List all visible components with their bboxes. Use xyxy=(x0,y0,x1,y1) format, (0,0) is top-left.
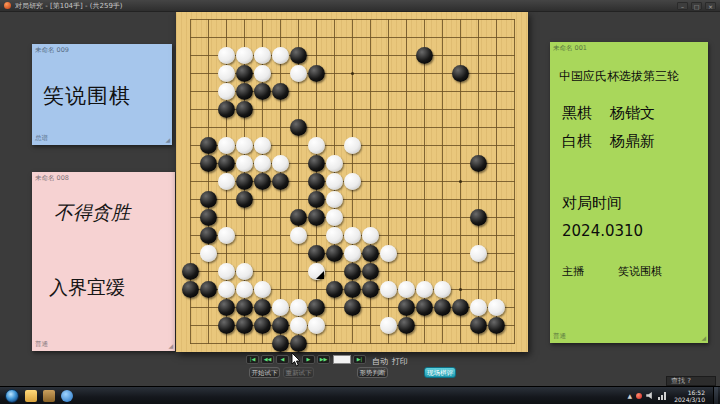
desktop: { "window": { "title": "对局研究 - [第104手] -… xyxy=(0,0,720,404)
black-stone xyxy=(434,299,451,316)
white-stone xyxy=(236,47,253,64)
white-stone xyxy=(344,137,361,154)
white-stone xyxy=(344,245,361,262)
close-button[interactable]: × xyxy=(705,2,716,10)
grid-line xyxy=(496,19,497,344)
white-stone xyxy=(290,227,307,244)
black-stone xyxy=(398,299,415,316)
find-widget[interactable]: 查找 ? xyxy=(666,376,716,386)
black-stone xyxy=(272,173,289,190)
maximize-button[interactable]: □ xyxy=(691,2,702,10)
black-stone xyxy=(254,173,271,190)
black-stone xyxy=(416,299,433,316)
black-stone xyxy=(200,209,217,226)
black-stone xyxy=(470,209,487,226)
last-move-marker-icon xyxy=(316,271,324,279)
black-stone xyxy=(308,155,325,172)
grid-line xyxy=(190,343,515,344)
start-button-icon[interactable] xyxy=(5,389,19,403)
black-stone xyxy=(254,83,271,100)
white-player-name: 杨鼎新 xyxy=(610,132,655,150)
minimize-button[interactable]: – xyxy=(677,2,688,10)
black-stone xyxy=(254,299,271,316)
go-first-button[interactable]: |◀ xyxy=(246,355,259,364)
panel-footer-label: 普通 xyxy=(553,332,566,341)
black-stone xyxy=(416,47,433,64)
black-stone xyxy=(200,155,217,172)
black-stone xyxy=(182,263,199,280)
black-stone xyxy=(308,209,325,226)
black-stone xyxy=(344,299,361,316)
white-stone xyxy=(218,281,235,298)
black-label: 黑棋 xyxy=(562,104,592,122)
black-stone xyxy=(218,155,235,172)
black-stone xyxy=(326,245,343,262)
star-point xyxy=(459,180,462,183)
white-stone xyxy=(236,155,253,172)
grid-line xyxy=(190,217,515,218)
black-stone xyxy=(308,299,325,316)
fast-forward-button[interactable]: ▶▶ xyxy=(317,355,330,364)
white-stone xyxy=(290,65,307,82)
black-stone xyxy=(236,101,253,118)
black-stone xyxy=(290,335,307,352)
black-stone xyxy=(236,173,253,190)
panel-footer-label: 总谱 xyxy=(35,134,48,143)
volume-icon[interactable] xyxy=(646,392,654,400)
white-stone xyxy=(308,263,325,280)
black-stone xyxy=(290,47,307,64)
white-stone xyxy=(254,65,271,82)
black-player-line: 黑棋杨锴文 xyxy=(562,104,655,123)
tray-expand-icon[interactable]: ▲ xyxy=(628,392,633,399)
resize-grip-icon[interactable]: ◢ xyxy=(165,136,170,143)
white-stone xyxy=(470,299,487,316)
white-stone xyxy=(200,245,217,262)
system-tray[interactable]: ▲ 16:52 2024/3/10 xyxy=(628,387,720,404)
go-last-button[interactable]: ▶| xyxy=(353,355,366,364)
black-stone xyxy=(218,299,235,316)
event-title: 中国应氏杯选拔第三轮 xyxy=(559,68,679,85)
white-stone xyxy=(218,263,235,280)
mouse-cursor xyxy=(291,353,302,367)
note-panel-pink[interactable]: 未命名 008 不得贪胜 入界宜缓 普通 ◢ xyxy=(32,172,175,351)
game-time-label: 对局时间 xyxy=(562,194,622,213)
black-stone xyxy=(236,191,253,208)
black-stone xyxy=(308,173,325,190)
white-stone xyxy=(344,173,361,190)
white-stone xyxy=(326,155,343,172)
white-stone xyxy=(326,173,343,190)
step-forward-button[interactable]: ▶ xyxy=(302,355,315,364)
white-stone xyxy=(254,137,271,154)
panel-header-label: 未命名 008 xyxy=(35,174,69,183)
network-icon[interactable] xyxy=(658,392,666,400)
resize-grip-icon[interactable]: ◢ xyxy=(701,334,706,341)
note-panel-blue[interactable]: 未命名 009 笑说围棋 总谱 ◢ xyxy=(32,44,172,145)
black-stone xyxy=(200,227,217,244)
black-stone xyxy=(362,263,379,280)
white-stone xyxy=(308,137,325,154)
white-stone xyxy=(326,191,343,208)
black-stone xyxy=(200,137,217,154)
white-stone xyxy=(326,227,343,244)
white-label: 白棋 xyxy=(562,132,592,150)
white-stone xyxy=(236,263,253,280)
grid-line xyxy=(478,19,479,344)
black-stone xyxy=(290,209,307,226)
white-stone xyxy=(218,227,235,244)
white-stone xyxy=(380,317,397,334)
clock-date: 2024/3/10 xyxy=(674,396,705,403)
black-stone xyxy=(488,317,505,334)
black-stone xyxy=(344,281,361,298)
black-stone xyxy=(308,191,325,208)
black-stone xyxy=(398,317,415,334)
white-stone xyxy=(326,209,343,226)
white-player-line: 白棋杨鼎新 xyxy=(562,132,655,151)
black-stone xyxy=(200,191,217,208)
black-stone xyxy=(290,119,307,136)
clock-time: 16:52 xyxy=(674,389,705,396)
grid-line xyxy=(514,19,515,344)
print-label[interactable]: 打印 xyxy=(392,356,408,367)
white-stone xyxy=(344,227,361,244)
black-stone xyxy=(452,65,469,82)
live-review-button[interactable]: 现场棋评 xyxy=(424,367,456,378)
white-stone xyxy=(218,65,235,82)
host-label: 主播 xyxy=(562,265,584,278)
black-stone xyxy=(236,299,253,316)
move-number-input[interactable] xyxy=(333,355,351,364)
black-stone xyxy=(236,65,253,82)
black-stone xyxy=(218,317,235,334)
step-back-button[interactable]: ◀ xyxy=(276,355,289,364)
match-info-panel[interactable]: 未命名 001 中国应氏杯选拔第三轮 黑棋杨锴文 白棋杨鼎新 对局时间 2024… xyxy=(550,42,708,343)
black-stone xyxy=(470,317,487,334)
black-stone xyxy=(308,65,325,82)
black-stone xyxy=(452,299,469,316)
taskbar: ▲ 16:52 2024/3/10 xyxy=(0,386,720,404)
tray-app-icon[interactable] xyxy=(636,393,642,399)
black-stone xyxy=(326,281,343,298)
taskbar-clock[interactable]: 16:52 2024/3/10 xyxy=(670,389,709,403)
restart-trial-button[interactable]: 重新试下 xyxy=(283,367,314,378)
black-stone xyxy=(272,317,289,334)
app-icon xyxy=(4,2,11,9)
host-line: 主播笑说围棋 xyxy=(562,264,662,279)
white-stone xyxy=(218,47,235,64)
show-desktop-button[interactable] xyxy=(713,387,718,404)
white-stone xyxy=(236,281,253,298)
white-stone xyxy=(218,83,235,100)
browser-icon[interactable] xyxy=(61,390,73,402)
black-stone xyxy=(236,317,253,334)
black-stone xyxy=(254,317,271,334)
go-proverb-1: 不得贪胜 xyxy=(54,200,130,226)
black-stone xyxy=(308,245,325,262)
white-stone xyxy=(254,281,271,298)
explorer-icon[interactable] xyxy=(25,390,37,402)
white-stone xyxy=(434,281,451,298)
white-stone xyxy=(308,317,325,334)
white-stone xyxy=(272,299,289,316)
go-proverb-2: 入界宜缓 xyxy=(49,275,125,301)
window-title: 对局研究 - [第104手] - (共259手) xyxy=(15,1,123,11)
white-stone xyxy=(236,137,253,154)
go-board[interactable] xyxy=(176,12,528,352)
black-stone xyxy=(470,155,487,172)
black-stone xyxy=(200,281,217,298)
white-stone xyxy=(218,137,235,154)
white-stone xyxy=(218,173,235,190)
panel-footer-label: 普通 xyxy=(35,340,48,349)
black-stone xyxy=(272,83,289,100)
star-point xyxy=(351,72,354,75)
game-date: 2024.0310 xyxy=(562,222,643,240)
white-stone xyxy=(380,245,397,262)
black-player-name: 杨锴文 xyxy=(610,104,655,122)
title-bar[interactable]: 对局研究 - [第104手] - (共259手) – □ × xyxy=(0,0,720,12)
white-stone xyxy=(470,245,487,262)
fast-back-button[interactable]: ◀◀ xyxy=(261,355,274,364)
white-stone xyxy=(488,299,505,316)
white-stone xyxy=(272,47,289,64)
resize-grip-icon[interactable]: ◢ xyxy=(168,342,173,349)
black-stone xyxy=(236,83,253,100)
white-stone xyxy=(416,281,433,298)
auto-play-label[interactable]: 自动 xyxy=(372,356,388,367)
channel-name-text: 笑说围棋 xyxy=(43,82,131,110)
white-stone xyxy=(380,281,397,298)
judge-position-button[interactable]: 形势判断 xyxy=(357,367,388,378)
host-name: 笑说围棋 xyxy=(618,265,662,278)
star-point xyxy=(459,288,462,291)
black-stone xyxy=(272,335,289,352)
white-stone xyxy=(398,281,415,298)
start-trial-button[interactable]: 开始试下 xyxy=(249,367,280,378)
black-stone xyxy=(362,281,379,298)
panel-header-label: 未命名 009 xyxy=(35,46,69,55)
black-stone xyxy=(218,101,235,118)
white-stone xyxy=(254,155,271,172)
white-stone xyxy=(272,155,289,172)
white-stone xyxy=(362,227,379,244)
go-app-icon[interactable] xyxy=(43,390,55,402)
black-stone xyxy=(362,245,379,262)
black-stone xyxy=(344,263,361,280)
white-stone xyxy=(254,47,271,64)
panel-header-label: 未命名 001 xyxy=(553,44,587,53)
black-stone xyxy=(182,281,199,298)
white-stone xyxy=(290,299,307,316)
white-stone xyxy=(290,317,307,334)
